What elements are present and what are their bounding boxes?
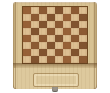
wooden-game-box [13, 2, 97, 89]
board-square [31, 14, 39, 21]
board-square [55, 49, 63, 56]
board-square [47, 35, 55, 42]
board-square [79, 28, 87, 35]
board-square [39, 49, 47, 56]
board-square [79, 14, 87, 21]
board-square [39, 21, 47, 28]
board-square [31, 56, 39, 63]
board-square [47, 49, 55, 56]
board-square [39, 7, 47, 14]
board-square [23, 14, 31, 21]
board-square [23, 35, 31, 42]
drawer-front [14, 68, 96, 89]
board-square [55, 21, 63, 28]
board-square [71, 35, 79, 42]
board-square [63, 42, 71, 49]
board-square [71, 28, 79, 35]
board-square [31, 49, 39, 56]
board-square [23, 56, 31, 63]
board-square [63, 7, 71, 14]
board-square [47, 56, 55, 63]
board-square [47, 14, 55, 21]
board-square [39, 42, 47, 49]
chess-board [22, 6, 88, 64]
board-square [71, 56, 79, 63]
board-square [55, 14, 63, 21]
drawer-panel-outline [33, 73, 79, 87]
board-square [63, 35, 71, 42]
board-square [39, 35, 47, 42]
board-square [79, 42, 87, 49]
board-square [31, 42, 39, 49]
board-square [55, 42, 63, 49]
board-square [31, 28, 39, 35]
board-square [79, 21, 87, 28]
board-square [63, 49, 71, 56]
board-square [71, 7, 79, 14]
board-square [31, 35, 39, 42]
board-square [23, 7, 31, 14]
box-edge-left [15, 2, 16, 89]
board-square [71, 42, 79, 49]
board-square [71, 49, 79, 56]
board-square [23, 42, 31, 49]
board-square [47, 7, 55, 14]
board-square [63, 14, 71, 21]
board-square [55, 7, 63, 14]
board-square [47, 42, 55, 49]
board-square [63, 21, 71, 28]
board-square [47, 28, 55, 35]
board-square [55, 28, 63, 35]
board-square [23, 21, 31, 28]
box-edge-right [94, 2, 95, 89]
board-square [23, 49, 31, 56]
board-square [39, 14, 47, 21]
board-square [63, 28, 71, 35]
board-square [71, 21, 79, 28]
board-square [63, 56, 71, 63]
board-square [55, 35, 63, 42]
product-photo[interactable] [0, 0, 110, 93]
board-square [39, 56, 47, 63]
board-square [31, 21, 39, 28]
board-square [79, 35, 87, 42]
board-square [47, 21, 55, 28]
board-square [23, 28, 31, 35]
board-square [79, 7, 87, 14]
drawer-knob [52, 87, 58, 92]
board-square [79, 49, 87, 56]
board-square [71, 14, 79, 21]
board-square [55, 56, 63, 63]
board-square [31, 7, 39, 14]
board-square [79, 56, 87, 63]
board-square [39, 28, 47, 35]
